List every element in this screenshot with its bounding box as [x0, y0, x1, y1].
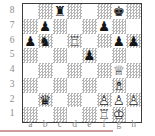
- square-g7[interactable]: [112, 19, 127, 34]
- black-queen-b2[interactable]: ♛: [38, 93, 53, 108]
- square-f5[interactable]: [97, 48, 112, 63]
- square-e3[interactable]: [82, 78, 97, 93]
- square-c2[interactable]: [53, 93, 68, 108]
- square-g5[interactable]: [112, 48, 127, 63]
- square-a4[interactable]: [23, 63, 38, 78]
- black-knight-b6[interactable]: ♞: [38, 34, 53, 49]
- square-g2[interactable]: ♟♙: [112, 93, 127, 108]
- square-d4[interactable]: [67, 63, 82, 78]
- square-h3[interactable]: [126, 78, 141, 93]
- square-d8[interactable]: [67, 4, 82, 19]
- square-h8[interactable]: [126, 4, 141, 19]
- white-pawn-h2[interactable]: ♟♙: [126, 93, 141, 108]
- square-h6[interactable]: ♟: [126, 34, 141, 49]
- rank-label-8: 8: [6, 3, 18, 18]
- square-c3[interactable]: [53, 78, 68, 93]
- square-f2[interactable]: ♟♙: [97, 93, 112, 108]
- square-c4[interactable]: [53, 63, 68, 78]
- square-g4[interactable]: ♛♕: [112, 63, 127, 78]
- square-f6[interactable]: [97, 34, 112, 49]
- white-queen-g4[interactable]: ♛♕: [112, 63, 127, 78]
- file-label-d: d: [67, 119, 82, 130]
- square-g8[interactable]: ♚: [112, 4, 127, 19]
- square-f3[interactable]: [97, 78, 112, 93]
- piece-outline: ♖: [98, 107, 110, 122]
- square-g1[interactable]: ♚♔: [112, 107, 127, 122]
- chess-board: ♜♚♟♟♟♞♜♖♟♟♟♛♕♝♗♛♟♙♟♙♟♙♜♖♚♔: [22, 3, 142, 123]
- white-bishop-g3[interactable]: ♝♗: [112, 78, 127, 93]
- square-c8[interactable]: ♜: [53, 4, 68, 19]
- square-a7[interactable]: [23, 19, 38, 34]
- square-e6[interactable]: [82, 34, 97, 49]
- white-rook-f1[interactable]: ♜♖: [97, 107, 112, 122]
- file-label-a: a: [23, 119, 38, 130]
- square-h2[interactable]: ♟♙: [126, 93, 141, 108]
- square-h7[interactable]: [126, 19, 141, 34]
- square-e4[interactable]: [82, 63, 97, 78]
- square-e7[interactable]: [82, 19, 97, 34]
- square-d7[interactable]: [67, 19, 82, 34]
- piece-outline: ♗: [113, 78, 125, 93]
- square-a3[interactable]: [23, 78, 38, 93]
- square-b5[interactable]: [38, 48, 53, 63]
- square-d2[interactable]: [67, 93, 82, 108]
- white-rook-d6[interactable]: ♜♖: [67, 34, 82, 49]
- square-e8[interactable]: [82, 4, 97, 19]
- black-king-g8[interactable]: ♚: [112, 4, 127, 19]
- piece-outline: ♙: [98, 93, 110, 108]
- square-b7[interactable]: ♟: [38, 19, 53, 34]
- white-pawn-g2[interactable]: ♟♙: [112, 93, 127, 108]
- piece-outline: ♙: [113, 93, 125, 108]
- black-pawn-f7[interactable]: ♟: [97, 19, 112, 34]
- black-rook-c8[interactable]: ♜: [53, 4, 68, 19]
- square-a2[interactable]: [23, 93, 38, 108]
- rank-label-4: 4: [6, 62, 18, 77]
- piece-outline: ♖: [69, 34, 81, 49]
- file-label-b: b: [38, 119, 53, 130]
- rank-label-6: 6: [6, 33, 18, 48]
- rank-label-1: 1: [6, 106, 18, 121]
- square-e2[interactable]: [82, 93, 97, 108]
- white-king-g1[interactable]: ♚♔: [112, 107, 127, 122]
- square-a5[interactable]: [23, 48, 38, 63]
- square-a8[interactable]: [23, 4, 38, 19]
- square-b6[interactable]: ♞: [38, 34, 53, 49]
- rank-label-3: 3: [6, 77, 18, 92]
- square-a6[interactable]: ♟: [23, 34, 38, 49]
- piece-outline: ♙: [128, 93, 140, 108]
- square-d6[interactable]: ♜♖: [67, 34, 82, 49]
- bottom-underline: [0, 130, 113, 132]
- square-d3[interactable]: [67, 78, 82, 93]
- rank-label-5: 5: [6, 47, 18, 62]
- square-b3[interactable]: [38, 78, 53, 93]
- piece-outline: ♕: [113, 63, 125, 78]
- chess-diagram: ♜♚♟♟♟♞♜♖♟♟♟♛♕♝♗♛♟♙♟♙♟♙♜♖♚♔ 87654321 abcd…: [0, 0, 155, 136]
- square-b4[interactable]: [38, 63, 53, 78]
- black-pawn-h6[interactable]: ♟: [126, 34, 141, 49]
- square-f1[interactable]: ♜♖: [97, 107, 112, 122]
- square-g6[interactable]: ♟: [112, 34, 127, 49]
- rank-label-2: 2: [6, 92, 18, 107]
- square-c6[interactable]: [53, 34, 68, 49]
- square-f8[interactable]: [97, 4, 112, 19]
- square-h4[interactable]: [126, 63, 141, 78]
- piece-outline: ♔: [113, 107, 125, 122]
- file-label-e: e: [82, 119, 97, 130]
- black-pawn-b7[interactable]: ♟: [38, 19, 53, 34]
- white-pawn-f2[interactable]: ♟♙: [97, 93, 112, 108]
- square-d5[interactable]: [67, 48, 82, 63]
- black-pawn-e5[interactable]: ♟: [82, 48, 97, 63]
- square-c7[interactable]: [53, 19, 68, 34]
- black-pawn-a6[interactable]: ♟: [23, 34, 38, 49]
- black-pawn-g6[interactable]: ♟: [112, 34, 127, 49]
- square-f4[interactable]: [97, 63, 112, 78]
- file-label-c: c: [53, 119, 68, 130]
- square-e5[interactable]: ♟: [82, 48, 97, 63]
- square-g3[interactable]: ♝♗: [112, 78, 127, 93]
- square-c5[interactable]: [53, 48, 68, 63]
- rank-label-7: 7: [6, 18, 18, 33]
- square-f7[interactable]: ♟: [97, 19, 112, 34]
- square-h5[interactable]: [126, 48, 141, 63]
- file-label-h: h: [126, 119, 141, 130]
- square-b8[interactable]: [38, 4, 53, 19]
- square-b2[interactable]: ♛: [38, 93, 53, 108]
